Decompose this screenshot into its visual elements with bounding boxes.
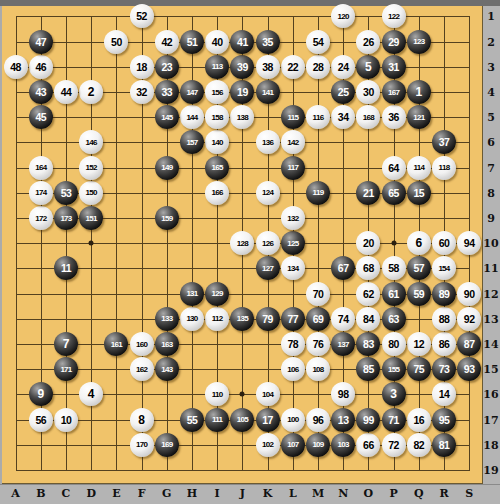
column-label-Q: Q	[414, 487, 424, 500]
stone-8: 8	[130, 408, 154, 432]
stone-22: 22	[281, 55, 305, 79]
column-label-N: N	[338, 487, 348, 500]
stone-67: 67	[331, 256, 355, 280]
stone-120: 120	[331, 4, 355, 28]
column-label-K: K	[263, 487, 273, 500]
stone-126: 126	[256, 231, 280, 255]
stone-95: 95	[432, 408, 456, 432]
stone-15: 15	[407, 181, 431, 205]
stone-110: 110	[205, 382, 229, 406]
stone-164: 164	[29, 156, 53, 180]
stone-3: 3	[382, 382, 406, 406]
stone-138: 138	[230, 105, 254, 129]
stone-18: 18	[130, 55, 154, 79]
stone-59: 59	[407, 282, 431, 306]
stone-74: 74	[331, 307, 355, 331]
stone-112: 112	[205, 307, 229, 331]
stone-143: 143	[155, 357, 179, 381]
stone-147: 147	[180, 80, 204, 104]
stone-114: 114	[407, 156, 431, 180]
stone-116: 116	[306, 105, 330, 129]
column-label-M: M	[312, 487, 324, 500]
star-point-J16	[240, 392, 245, 397]
stone-123: 123	[407, 30, 431, 54]
column-label-O: O	[364, 487, 374, 500]
stone-142: 142	[281, 130, 305, 154]
stone-150: 150	[79, 181, 103, 205]
stone-136: 136	[256, 130, 280, 154]
stone-26: 26	[356, 30, 380, 54]
stone-58: 58	[382, 256, 406, 280]
stone-5: 5	[356, 55, 380, 79]
row-label-12: 12	[483, 287, 498, 300]
stone-46: 46	[29, 55, 53, 79]
stone-6: 6	[407, 231, 431, 255]
column-label-I: I	[215, 487, 220, 500]
row-label-2: 2	[487, 35, 495, 48]
stone-119: 119	[306, 181, 330, 205]
row-label-3: 3	[487, 60, 495, 73]
column-label-D: D	[86, 487, 96, 500]
stone-93: 93	[457, 357, 481, 381]
stone-54: 54	[306, 30, 330, 54]
stone-73: 73	[432, 357, 456, 381]
stone-36: 36	[382, 105, 406, 129]
stone-72: 72	[382, 433, 406, 457]
stone-56: 56	[29, 408, 53, 432]
stone-68: 68	[356, 256, 380, 280]
stone-81: 81	[432, 433, 456, 457]
stone-62: 62	[356, 282, 380, 306]
stone-89: 89	[432, 282, 456, 306]
stone-43: 43	[29, 80, 53, 104]
stone-167: 167	[382, 80, 406, 104]
stone-131: 131	[180, 282, 204, 306]
stone-52: 52	[130, 4, 154, 28]
row-label-8: 8	[487, 186, 495, 199]
stone-13: 13	[331, 408, 355, 432]
stone-113: 113	[205, 55, 229, 79]
row-label-5: 5	[487, 111, 495, 124]
row-label-1: 1	[487, 10, 495, 23]
stone-104: 104	[256, 382, 280, 406]
stone-32: 32	[130, 80, 154, 104]
stone-115: 115	[281, 105, 305, 129]
row-label-19: 19	[483, 464, 498, 477]
stone-174: 174	[29, 181, 53, 205]
stone-96: 96	[306, 408, 330, 432]
stone-173: 173	[54, 206, 78, 230]
column-label-C: C	[62, 487, 71, 500]
stone-10: 10	[54, 408, 78, 432]
stone-44: 44	[54, 80, 78, 104]
column-label-L: L	[289, 487, 297, 500]
stone-100: 100	[281, 408, 305, 432]
stone-158: 158	[205, 105, 229, 129]
stone-16: 16	[407, 408, 431, 432]
go-board[interactable]: 1234567891011121314151617181920212223242…	[2, 6, 483, 484]
stone-75: 75	[407, 357, 431, 381]
stone-172: 172	[29, 206, 53, 230]
column-label-G: G	[162, 487, 171, 500]
row-label-18: 18	[483, 438, 498, 451]
stone-121: 121	[407, 105, 431, 129]
stone-17: 17	[256, 408, 280, 432]
stone-117: 117	[281, 156, 305, 180]
stone-37: 37	[432, 130, 456, 154]
stone-171: 171	[54, 357, 78, 381]
stone-19: 19	[230, 80, 254, 104]
stone-159: 159	[155, 206, 179, 230]
stone-144: 144	[180, 105, 204, 129]
stone-48: 48	[4, 55, 28, 79]
row-label-10: 10	[483, 237, 498, 250]
stone-103: 103	[331, 433, 355, 457]
stone-79: 79	[256, 307, 280, 331]
stone-141: 141	[256, 80, 280, 104]
row-label-17: 17	[483, 413, 498, 426]
row-label-7: 7	[487, 161, 495, 174]
stone-155: 155	[382, 357, 406, 381]
stone-157: 157	[180, 130, 204, 154]
row-label-15: 15	[483, 363, 498, 376]
stone-1: 1	[407, 80, 431, 104]
stone-149: 149	[155, 156, 179, 180]
stone-140: 140	[205, 130, 229, 154]
stone-55: 55	[180, 408, 204, 432]
stone-70: 70	[306, 282, 330, 306]
stone-78: 78	[281, 332, 305, 356]
stone-31: 31	[382, 55, 406, 79]
stone-125: 125	[281, 231, 305, 255]
stone-122: 122	[382, 4, 406, 28]
stone-154: 154	[432, 256, 456, 280]
stone-28: 28	[306, 55, 330, 79]
stone-14: 14	[432, 382, 456, 406]
stone-160: 160	[130, 332, 154, 356]
stone-82: 82	[407, 433, 431, 457]
column-label-S: S	[465, 487, 473, 500]
stone-24: 24	[331, 55, 355, 79]
stone-129: 129	[205, 282, 229, 306]
stone-156: 156	[205, 80, 229, 104]
stone-63: 63	[382, 307, 406, 331]
stone-170: 170	[130, 433, 154, 457]
column-label-B: B	[36, 487, 45, 500]
grid-line-vertical	[318, 16, 319, 471]
stone-99: 99	[356, 408, 380, 432]
stone-61: 61	[382, 282, 406, 306]
stone-134: 134	[281, 256, 305, 280]
stone-90: 90	[457, 282, 481, 306]
row-label-13: 13	[483, 312, 498, 325]
stone-53: 53	[54, 181, 78, 205]
stone-109: 109	[306, 433, 330, 457]
row-label-9: 9	[487, 212, 495, 225]
stone-127: 127	[256, 256, 280, 280]
stone-30: 30	[356, 80, 380, 104]
stone-57: 57	[407, 256, 431, 280]
stone-168: 168	[356, 105, 380, 129]
stone-128: 128	[230, 231, 254, 255]
stone-7: 7	[54, 332, 78, 356]
stone-76: 76	[306, 332, 330, 356]
stone-9: 9	[29, 382, 53, 406]
stone-64: 64	[382, 156, 406, 180]
stone-83: 83	[356, 332, 380, 356]
column-coordinate-panel	[0, 484, 500, 504]
stone-45: 45	[29, 105, 53, 129]
star-point-D10	[89, 241, 94, 246]
stone-85: 85	[356, 357, 380, 381]
stone-39: 39	[230, 55, 254, 79]
stone-145: 145	[155, 105, 179, 129]
column-label-R: R	[439, 487, 448, 500]
stone-51: 51	[180, 30, 204, 54]
stone-47: 47	[29, 30, 53, 54]
stone-130: 130	[180, 307, 204, 331]
stone-84: 84	[356, 307, 380, 331]
stone-35: 35	[256, 30, 280, 54]
stone-111: 111	[205, 408, 229, 432]
stone-42: 42	[155, 30, 179, 54]
stone-132: 132	[281, 206, 305, 230]
stone-66: 66	[356, 433, 380, 457]
stone-94: 94	[457, 231, 481, 255]
column-label-P: P	[389, 487, 397, 500]
stone-124: 124	[256, 181, 280, 205]
stone-165: 165	[205, 156, 229, 180]
column-label-E: E	[112, 487, 120, 500]
stone-146: 146	[79, 130, 103, 154]
stone-105: 105	[230, 408, 254, 432]
stone-133: 133	[155, 307, 179, 331]
stone-92: 92	[457, 307, 481, 331]
stone-88: 88	[432, 307, 456, 331]
stone-135: 135	[230, 307, 254, 331]
stone-118: 118	[432, 156, 456, 180]
stone-40: 40	[205, 30, 229, 54]
stone-29: 29	[382, 30, 406, 54]
stone-25: 25	[331, 80, 355, 104]
stone-152: 152	[79, 156, 103, 180]
stone-108: 108	[306, 357, 330, 381]
column-label-H: H	[187, 487, 197, 500]
stone-60: 60	[432, 231, 456, 255]
stone-69: 69	[306, 307, 330, 331]
stone-12: 12	[407, 332, 431, 356]
stone-161: 161	[104, 332, 128, 356]
stone-34: 34	[331, 105, 355, 129]
stone-23: 23	[155, 55, 179, 79]
column-label-A: A	[11, 487, 20, 500]
stone-41: 41	[230, 30, 254, 54]
stone-21: 21	[356, 181, 380, 205]
stone-80: 80	[382, 332, 406, 356]
row-label-11: 11	[483, 262, 498, 275]
kifu-screen: 1234567891011121314151617181920212223242…	[0, 0, 500, 504]
stone-20: 20	[356, 231, 380, 255]
row-label-16: 16	[483, 388, 498, 401]
row-label-14: 14	[483, 338, 498, 351]
grid-line-horizontal	[16, 470, 471, 471]
row-label-4: 4	[487, 86, 495, 99]
column-label-J: J	[240, 487, 245, 500]
stone-87: 87	[457, 332, 481, 356]
stone-106: 106	[281, 357, 305, 381]
stone-77: 77	[281, 307, 305, 331]
stone-38: 38	[256, 55, 280, 79]
stone-137: 137	[331, 332, 355, 356]
column-label-F: F	[138, 487, 146, 500]
stone-98: 98	[331, 382, 355, 406]
stone-163: 163	[155, 332, 179, 356]
stone-86: 86	[432, 332, 456, 356]
star-point-P10	[391, 241, 396, 246]
stone-65: 65	[382, 181, 406, 205]
stone-107: 107	[281, 433, 305, 457]
stone-11: 11	[54, 256, 78, 280]
stone-71: 71	[382, 408, 406, 432]
stone-2: 2	[79, 80, 103, 104]
stone-169: 169	[155, 433, 179, 457]
stone-151: 151	[79, 206, 103, 230]
stone-166: 166	[205, 181, 229, 205]
stone-162: 162	[130, 357, 154, 381]
row-label-6: 6	[487, 136, 495, 149]
stone-33: 33	[155, 80, 179, 104]
stone-4: 4	[79, 382, 103, 406]
stone-50: 50	[104, 30, 128, 54]
stone-102: 102	[256, 433, 280, 457]
